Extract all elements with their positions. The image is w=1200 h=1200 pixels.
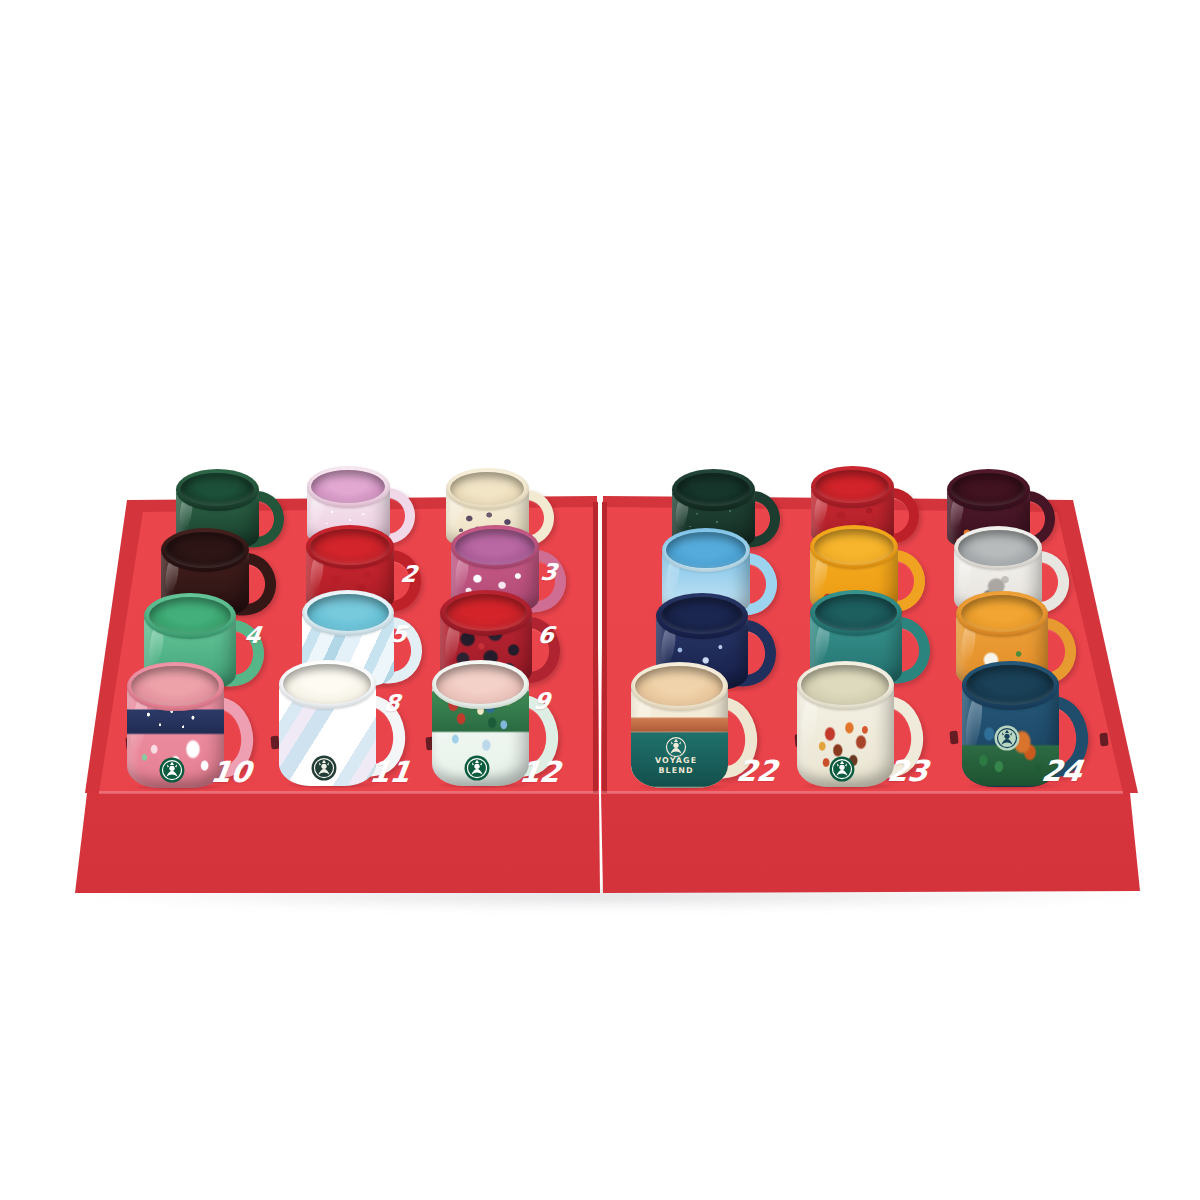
mug-interior <box>450 472 525 506</box>
mug-rim <box>956 591 1048 637</box>
mug-rim <box>810 525 898 569</box>
advent-number-24: 24 <box>1039 754 1084 788</box>
mug-rim <box>672 469 755 511</box>
mini-mug-r4c2-pastel-wave-white-mug <box>279 660 376 786</box>
mini-mug-r4c3-tropical-jungle-mug <box>432 660 529 786</box>
mug-rim <box>279 660 376 709</box>
mug-rim <box>176 469 259 511</box>
mug-interior <box>307 594 390 631</box>
mug-interior <box>445 594 528 631</box>
mini-mug-r4c1-voyage-blend-mug: VOYAGE BLEND <box>631 662 728 788</box>
mug-rim <box>127 662 224 711</box>
mug-interior <box>815 470 890 504</box>
mug-interior <box>311 470 386 504</box>
mug-interior <box>149 597 232 634</box>
mug-interior <box>961 595 1044 632</box>
advent-number-23: 23 <box>885 754 930 788</box>
mug-rim <box>144 593 236 639</box>
mug-rim <box>446 468 529 510</box>
mug-rim <box>451 525 539 569</box>
mug-rim <box>797 661 894 710</box>
mug-rim <box>631 662 728 711</box>
right-box-front-edge-highlight <box>601 791 1123 794</box>
advent-number-12: 12 <box>517 755 562 789</box>
mug-interior <box>635 666 722 705</box>
mug-interior <box>131 666 218 705</box>
mug-interior <box>666 532 745 568</box>
mug-rim <box>440 590 532 636</box>
mug-interior <box>180 473 255 507</box>
door-notch <box>1099 733 1108 747</box>
mug-rim <box>302 590 394 636</box>
mug-rim <box>962 661 1059 710</box>
product-photo-stage: VOYAGE BLEND 2345689101112222324 <box>0 0 1200 1200</box>
mug-rim <box>656 593 748 639</box>
mug-interior <box>801 665 888 704</box>
mug-interior <box>814 529 893 565</box>
mug-interior <box>951 473 1026 507</box>
mug-interior <box>310 529 389 565</box>
starbucks-siren-logo-icon <box>829 756 855 782</box>
box-seam-left-wall <box>593 502 598 793</box>
starbucks-siren-logo-icon <box>311 755 337 781</box>
door-notch <box>949 731 958 745</box>
mug-interior <box>661 597 744 634</box>
mug-rim <box>947 469 1030 511</box>
advent-number-22: 22 <box>734 754 779 788</box>
mini-mug-r4c2-autumn-foliage-white-mug <box>797 661 894 787</box>
mug-rim <box>662 528 750 572</box>
advent-number-11: 11 <box>367 755 412 789</box>
mug-interior <box>455 529 534 565</box>
starbucks-siren-logo-icon <box>159 757 185 783</box>
mini-mug-r4c1-pink-night-garden-mug <box>127 662 224 788</box>
left-box-front-edge-highlight <box>99 791 599 794</box>
mug-interior <box>283 664 370 703</box>
mug-interior <box>815 594 898 631</box>
starbucks-siren-logo-icon <box>464 755 490 781</box>
mug-rim <box>306 525 394 569</box>
mug-rim <box>432 660 529 709</box>
mug-interior <box>958 530 1037 566</box>
mug-interior <box>676 473 751 507</box>
mug-interior <box>966 665 1053 704</box>
mug-rim <box>161 528 249 572</box>
voyage-blend-label: VOYAGE BLEND <box>634 756 717 777</box>
mug-rim <box>810 590 902 636</box>
mug-interior <box>165 532 244 568</box>
mug-interior <box>436 664 523 703</box>
mug-rim <box>307 466 390 508</box>
starbucks-siren-logo-icon <box>994 725 1020 751</box>
advent-number-10: 10 <box>208 755 253 789</box>
mug-rim <box>811 466 894 508</box>
box-seam-right-wall <box>602 502 607 793</box>
mug-rim <box>954 526 1042 570</box>
